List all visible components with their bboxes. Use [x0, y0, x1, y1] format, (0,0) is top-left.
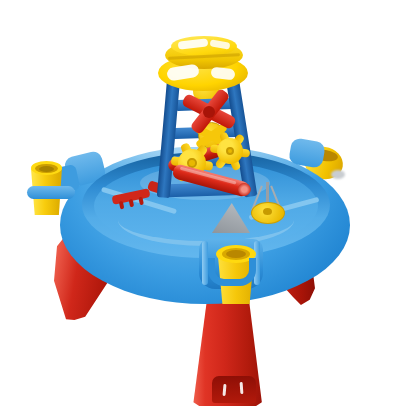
front-leg-inset-panel [212, 376, 256, 403]
rake-tooth [129, 199, 135, 208]
front-funnel-inner [226, 250, 246, 258]
rake-tooth [138, 197, 144, 206]
star-hub [203, 106, 215, 118]
left-cup-inner [39, 166, 54, 172]
product-photo [0, 0, 416, 416]
right-cup-shadow [331, 170, 345, 179]
rake-tooth [119, 201, 125, 210]
star-water-wheel [181, 90, 237, 134]
spinner-hub [263, 208, 272, 215]
left-cup-clamp-band [27, 186, 75, 199]
gear-wheel-right [214, 135, 246, 167]
funnel-collar [208, 258, 256, 286]
